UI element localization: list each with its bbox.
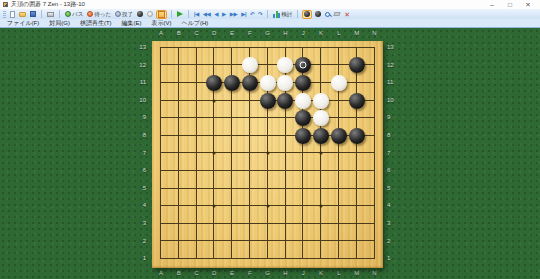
board-number: 1: [133, 250, 148, 268]
board-point-H10[interactable]: [277, 92, 295, 110]
save-button[interactable]: [29, 10, 37, 19]
board-point-F8[interactable]: [241, 127, 259, 145]
board-letter: H: [277, 29, 295, 37]
board-letter: J: [294, 269, 312, 277]
board-point-K9[interactable]: [312, 109, 330, 127]
place-stone-button[interactable]: [314, 10, 322, 19]
board-point-G5[interactable]: [259, 180, 277, 198]
toolbar-separator: [59, 10, 60, 18]
board-point-H7[interactable]: [277, 145, 295, 163]
board-point-L8[interactable]: [330, 127, 348, 145]
board-point-B1[interactable]: [170, 250, 188, 268]
board-point-M9[interactable]: [348, 109, 366, 127]
board-point-N6[interactable]: [366, 162, 384, 180]
toolbar: パス待った投了|◀◀◀◀▶▶▶▶|↶↷検討✕: [0, 9, 540, 19]
board-point-F12[interactable]: [241, 57, 259, 75]
board-point-B3[interactable]: [170, 215, 188, 233]
board-number: 7: [385, 145, 400, 163]
board-number: 10: [133, 92, 148, 110]
board-point-E7[interactable]: [223, 145, 241, 163]
board-point-H4[interactable]: [277, 197, 295, 215]
board-point-M7[interactable]: [348, 145, 366, 163]
board-point-E4[interactable]: [223, 197, 241, 215]
board-point-K8[interactable]: [312, 127, 330, 145]
board-point-D3[interactable]: [205, 215, 223, 233]
board-point-J8[interactable]: [294, 127, 312, 145]
menu-replay[interactable]: 棋譜再生(T): [75, 19, 117, 28]
board-point-K13[interactable]: [312, 39, 330, 57]
black-stone: [349, 93, 365, 109]
menu-game[interactable]: 対局(G): [44, 19, 75, 28]
board-number: 12: [133, 57, 148, 75]
board-letter: E: [223, 269, 241, 277]
board-point-M10[interactable]: [348, 92, 366, 110]
board-numbers-left: 13121110987654321: [133, 39, 148, 268]
board-point-N13[interactable]: [366, 39, 384, 57]
board-point-G6[interactable]: [259, 162, 277, 180]
board-point-A7[interactable]: [152, 145, 170, 163]
board-point-F13[interactable]: [241, 39, 259, 57]
board-point-M8[interactable]: [348, 127, 366, 145]
board-point-F1[interactable]: [241, 250, 259, 268]
board-point-H2[interactable]: [277, 233, 295, 251]
black-stone: [295, 57, 311, 73]
board-point-F7[interactable]: [241, 145, 259, 163]
board-point-N3[interactable]: [366, 215, 384, 233]
board-point-N1[interactable]: [366, 250, 384, 268]
board-point-J12[interactable]: [294, 57, 312, 75]
board-point-D2[interactable]: [205, 233, 223, 251]
board-point-D4[interactable]: [205, 197, 223, 215]
board-point-H3[interactable]: [277, 215, 295, 233]
black-stone-icon: [137, 11, 143, 17]
board-point-K2[interactable]: [312, 233, 330, 251]
board-point-N12[interactable]: [366, 57, 384, 75]
board-point-C1[interactable]: [188, 250, 206, 268]
rotate-left-button-icon: ↶: [250, 10, 254, 19]
black-stone: [331, 128, 347, 144]
board-point-N5[interactable]: [366, 180, 384, 198]
board-point-F11[interactable]: [241, 74, 259, 92]
board-letter: E: [223, 29, 241, 37]
board-point-G11[interactable]: [259, 74, 277, 92]
board-point-C4[interactable]: [188, 197, 206, 215]
black-stone: [349, 57, 365, 73]
first-move-button[interactable]: |◀: [193, 10, 200, 19]
board-point-B13[interactable]: [170, 39, 188, 57]
board-number: 2: [133, 233, 148, 251]
board-number: 13: [385, 39, 400, 57]
board-point-A6[interactable]: [152, 162, 170, 180]
board-point-G4[interactable]: [259, 197, 277, 215]
resign-icon: [115, 11, 121, 17]
board-number: 3: [385, 215, 400, 233]
board-point-D8[interactable]: [205, 127, 223, 145]
board-point-L6[interactable]: [330, 162, 348, 180]
last-move-button[interactable]: ▶|: [240, 10, 247, 19]
board-point-L3[interactable]: [330, 215, 348, 233]
board-number: 8: [385, 127, 400, 145]
board-point-E1[interactable]: [223, 250, 241, 268]
board-points: [152, 39, 383, 268]
board-point-E5[interactable]: [223, 180, 241, 198]
board-point-F4[interactable]: [241, 197, 259, 215]
board-point-H11[interactable]: [277, 74, 295, 92]
board-icon: [158, 11, 165, 18]
board-point-E9[interactable]: [223, 109, 241, 127]
rotate-right-button-icon: ↷: [258, 10, 262, 19]
board-point-H8[interactable]: [277, 127, 295, 145]
board-letter: L: [330, 29, 348, 37]
board-point-F10[interactable]: [241, 92, 259, 110]
board-point-N9[interactable]: [366, 109, 384, 127]
window-title: 天頂の囲碁 7 Zen - 13路-10: [11, 0, 488, 9]
board-point-G7[interactable]: [259, 145, 277, 163]
board-point-M13[interactable]: [348, 39, 366, 57]
board-point-C10[interactable]: [188, 92, 206, 110]
black-stone: [295, 110, 311, 126]
back-button-icon: ◀: [214, 10, 218, 19]
board-number: 8: [133, 127, 148, 145]
black-stone: [295, 75, 311, 91]
menu-help[interactable]: ヘルプ(H): [177, 19, 214, 28]
white-stone: [260, 75, 276, 91]
board-letter: K: [312, 269, 330, 277]
board-point-J7[interactable]: [294, 145, 312, 163]
board-point-A12[interactable]: [152, 57, 170, 75]
board-point-F6[interactable]: [241, 162, 259, 180]
board-point-H13[interactable]: [277, 39, 295, 57]
board-point-L10[interactable]: [330, 92, 348, 110]
white-stone: [313, 110, 329, 126]
play-black-button[interactable]: [136, 10, 144, 19]
board-point-M2[interactable]: [348, 233, 366, 251]
board-point-F9[interactable]: [241, 109, 259, 127]
board-point-B11[interactable]: [170, 74, 188, 92]
pass-button-label: パス: [72, 11, 83, 18]
board-point-N8[interactable]: [366, 127, 384, 145]
printer-icon: [47, 12, 54, 17]
board-number: 5: [133, 180, 148, 198]
board-point-G9[interactable]: [259, 109, 277, 127]
go-board: [152, 41, 383, 268]
board-letter: B: [170, 29, 188, 37]
board-point-G3[interactable]: [259, 215, 277, 233]
board-point-A13[interactable]: [152, 39, 170, 57]
chart-icon: [273, 11, 280, 18]
board-point-A2[interactable]: [152, 233, 170, 251]
black-stone-icon: [304, 11, 310, 17]
maximize-button[interactable]: □: [506, 1, 514, 8]
board-point-H6[interactable]: [277, 162, 295, 180]
play-white-button[interactable]: [146, 10, 154, 19]
toolbar-separator: [267, 10, 268, 18]
board-point-K11[interactable]: [312, 74, 330, 92]
fast-back-button[interactable]: ◀◀: [202, 10, 211, 19]
back-button[interactable]: ◀: [213, 10, 219, 19]
board-point-N7[interactable]: [366, 145, 384, 163]
resign-button[interactable]: 投了: [114, 10, 134, 19]
pass-button[interactable]: パス: [64, 10, 84, 19]
board-point-J13[interactable]: [294, 39, 312, 57]
board-point-L7[interactable]: [330, 145, 348, 163]
eraser-button[interactable]: [333, 10, 341, 19]
new-file-button[interactable]: [9, 10, 16, 19]
board-point-D9[interactable]: [205, 109, 223, 127]
board-point-J10[interactable]: [294, 92, 312, 110]
board-point-C11[interactable]: [188, 74, 206, 92]
board-point-L11[interactable]: [330, 74, 348, 92]
white-stone: [277, 57, 293, 73]
fast-forward-button[interactable]: ▶▶: [229, 10, 238, 19]
resign-button-label: 投了: [122, 11, 133, 18]
board-point-C9[interactable]: [188, 109, 206, 127]
board-point-C3[interactable]: [188, 215, 206, 233]
board-number: 10: [385, 92, 400, 110]
forward-button[interactable]: ▶: [221, 10, 227, 19]
forward-button-icon: ▶: [222, 10, 226, 19]
board-letter: K: [312, 29, 330, 37]
board-number: 1: [385, 250, 400, 268]
board-point-E12[interactable]: [223, 57, 241, 75]
board-point-K6[interactable]: [312, 162, 330, 180]
toolbar-separator: [297, 10, 298, 18]
board-point-G2[interactable]: [259, 233, 277, 251]
board-point-M3[interactable]: [348, 215, 366, 233]
board-point-E10[interactable]: [223, 92, 241, 110]
window-controls: – □ ✕: [488, 1, 537, 9]
board-numbers-right: 13121110987654321: [385, 39, 400, 268]
white-stone-icon: [147, 11, 153, 17]
board-point-B8[interactable]: [170, 127, 188, 145]
board-point-A11[interactable]: [152, 74, 170, 92]
board-point-E13[interactable]: [223, 39, 241, 57]
board-point-G12[interactable]: [259, 57, 277, 75]
white-stone: [277, 75, 293, 91]
board-point-M5[interactable]: [348, 180, 366, 198]
board-point-L5[interactable]: [330, 180, 348, 198]
board-point-K10[interactable]: [312, 92, 330, 110]
magnifier-icon: [325, 12, 330, 17]
fast-back-button-icon: ◀◀: [203, 10, 210, 19]
board-letter: A: [152, 269, 170, 277]
board-point-B2[interactable]: [170, 233, 188, 251]
board-point-J2[interactable]: [294, 233, 312, 251]
board-point-K1[interactable]: [312, 250, 330, 268]
black-stone: [206, 75, 222, 91]
board-point-C12[interactable]: [188, 57, 206, 75]
last-move-marker: [300, 62, 307, 69]
black-stone: [224, 75, 240, 91]
board-point-H1[interactable]: [277, 250, 295, 268]
board-letter: D: [205, 269, 223, 277]
menu-file[interactable]: ファイル(F): [2, 19, 44, 28]
minimize-button[interactable]: –: [488, 1, 496, 8]
toolbar-grip-icon: [3, 11, 6, 18]
board-number: 5: [385, 180, 400, 198]
black-stone: [277, 93, 293, 109]
print-button[interactable]: [46, 10, 55, 19]
board-point-G8[interactable]: [259, 127, 277, 145]
board-point-N11[interactable]: [366, 74, 384, 92]
board-point-N4[interactable]: [366, 197, 384, 215]
board-point-D13[interactable]: [205, 39, 223, 57]
board-point-C13[interactable]: [188, 39, 206, 57]
rotate-left-button[interactable]: ↶: [249, 10, 255, 19]
board-point-K12[interactable]: [312, 57, 330, 75]
board-point-D5[interactable]: [205, 180, 223, 198]
folder-icon: [19, 12, 26, 17]
white-stone: [313, 93, 329, 109]
board-point-M6[interactable]: [348, 162, 366, 180]
board-point-L2[interactable]: [330, 233, 348, 251]
analysis-button[interactable]: 検討: [272, 10, 293, 19]
board-point-A8[interactable]: [152, 127, 170, 145]
board-point-L12[interactable]: [330, 57, 348, 75]
close-board-button[interactable]: ✕: [343, 10, 350, 19]
board-point-E3[interactable]: [223, 215, 241, 233]
board-point-A4[interactable]: [152, 197, 170, 215]
board-point-J1[interactable]: [294, 250, 312, 268]
board-point-M4[interactable]: [348, 197, 366, 215]
board-letter: C: [188, 29, 206, 37]
board-point-A5[interactable]: [152, 180, 170, 198]
board-point-J11[interactable]: [294, 74, 312, 92]
board-point-B7[interactable]: [170, 145, 188, 163]
board-number: 4: [385, 197, 400, 215]
board-point-G10[interactable]: [259, 92, 277, 110]
board-number: 6: [133, 162, 148, 180]
board-point-C2[interactable]: [188, 233, 206, 251]
board-letter: B: [170, 269, 188, 277]
board-point-C5[interactable]: [188, 180, 206, 198]
board-point-D11[interactable]: [205, 74, 223, 92]
app-icon: [3, 2, 8, 7]
black-stone: [295, 128, 311, 144]
board-point-E11[interactable]: [223, 74, 241, 92]
board-point-E6[interactable]: [223, 162, 241, 180]
menu-view[interactable]: 表示(V): [147, 19, 177, 28]
fast-forward-button-icon: ▶▶: [230, 10, 237, 19]
board-point-J6[interactable]: [294, 162, 312, 180]
board-point-A1[interactable]: [152, 250, 170, 268]
board-letter: N: [366, 29, 384, 37]
board-point-A10[interactable]: [152, 92, 170, 110]
board-mode-button[interactable]: [156, 10, 167, 19]
board-point-F3[interactable]: [241, 215, 259, 233]
board-point-H5[interactable]: [277, 180, 295, 198]
board-letters-top: ABCDEFGHJKLMN: [152, 29, 383, 37]
board-point-F2[interactable]: [241, 233, 259, 251]
analysis-button-label: 検討: [281, 11, 292, 18]
board-point-K7[interactable]: [312, 145, 330, 163]
board-point-B6[interactable]: [170, 162, 188, 180]
board-point-K4[interactable]: [312, 197, 330, 215]
board-point-D10[interactable]: [205, 92, 223, 110]
black-stone: [260, 93, 276, 109]
board-point-M11[interactable]: [348, 74, 366, 92]
board-point-D6[interactable]: [205, 162, 223, 180]
board-point-L1[interactable]: [330, 250, 348, 268]
undo-move-button[interactable]: 待った: [86, 10, 112, 19]
board-point-L4[interactable]: [330, 197, 348, 215]
board-letter: F: [241, 269, 259, 277]
board-point-J4[interactable]: [294, 197, 312, 215]
board-point-G13[interactable]: [259, 39, 277, 57]
mark-stone-button[interactable]: [302, 10, 312, 19]
orange-dot-icon: [87, 11, 93, 17]
board-point-F5[interactable]: [241, 180, 259, 198]
board-point-B5[interactable]: [170, 180, 188, 198]
zoom-button[interactable]: [324, 10, 331, 19]
board-point-L13[interactable]: [330, 39, 348, 57]
board-number: 13: [133, 39, 148, 57]
board-point-C7[interactable]: [188, 145, 206, 163]
open-file-button[interactable]: [18, 10, 27, 19]
board-point-G1[interactable]: [259, 250, 277, 268]
board-point-E2[interactable]: [223, 233, 241, 251]
white-stone: [295, 93, 311, 109]
rotate-right-button[interactable]: ↷: [257, 10, 263, 19]
board-number: 9: [385, 109, 400, 127]
board-point-B12[interactable]: [170, 57, 188, 75]
board-point-K5[interactable]: [312, 180, 330, 198]
board-point-B9[interactable]: [170, 109, 188, 127]
board-point-A9[interactable]: [152, 109, 170, 127]
board-point-C8[interactable]: [188, 127, 206, 145]
board-area: ABCDEFGHJKLMN ABCDEFGHJKLMN 131211109876…: [0, 28, 540, 279]
board-letter: F: [241, 29, 259, 37]
play-icon: [177, 11, 183, 17]
board-letter: H: [277, 269, 295, 277]
board-point-B4[interactable]: [170, 197, 188, 215]
black-stone: [349, 128, 365, 144]
board-point-D12[interactable]: [205, 57, 223, 75]
board-point-E8[interactable]: [223, 127, 241, 145]
board-number: 11: [133, 74, 148, 92]
close-button[interactable]: ✕: [524, 1, 532, 9]
board-point-H12[interactable]: [277, 57, 295, 75]
board-point-A3[interactable]: [152, 215, 170, 233]
eraser-icon: [334, 12, 341, 16]
board-point-N2[interactable]: [366, 233, 384, 251]
menu-edit[interactable]: 編集(E): [117, 19, 147, 28]
board-point-D1[interactable]: [205, 250, 223, 268]
white-stone: [331, 75, 347, 91]
board-point-H9[interactable]: [277, 109, 295, 127]
board-point-N10[interactable]: [366, 92, 384, 110]
board-letters-bottom: ABCDEFGHJKLMN: [152, 269, 383, 277]
board-number: 11: [385, 74, 400, 92]
board-point-L9[interactable]: [330, 109, 348, 127]
board-point-J9[interactable]: [294, 109, 312, 127]
board-letter: N: [366, 269, 384, 277]
board-letter: G: [259, 269, 277, 277]
play-button[interactable]: [176, 10, 184, 19]
board-point-C6[interactable]: [188, 162, 206, 180]
board-point-D7[interactable]: [205, 145, 223, 163]
board-letter: M: [348, 269, 366, 277]
board-point-M1[interactable]: [348, 250, 366, 268]
black-stone: [313, 128, 329, 144]
board-point-M12[interactable]: [348, 57, 366, 75]
board-number: 6: [385, 162, 400, 180]
board-point-K3[interactable]: [312, 215, 330, 233]
board-point-J5[interactable]: [294, 180, 312, 198]
board-point-J3[interactable]: [294, 215, 312, 233]
board-point-B10[interactable]: [170, 92, 188, 110]
title-bar: 天頂の囲碁 7 Zen - 13路-10 – □ ✕: [0, 0, 540, 9]
